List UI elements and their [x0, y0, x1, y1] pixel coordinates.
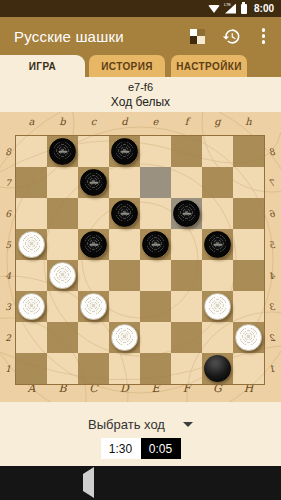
app-bar: Русские шашки [0, 17, 281, 55]
square-f1[interactable] [171, 353, 202, 384]
square-c4[interactable] [78, 260, 109, 291]
battery-icon [241, 4, 247, 14]
coord-label: E [140, 382, 171, 400]
coord-label: 4 [2, 260, 14, 291]
coord-label: C [78, 382, 109, 400]
coord-label: d [109, 116, 140, 134]
white-man-b4[interactable] [49, 262, 76, 289]
coord-label: 2 [2, 322, 14, 353]
square-a1[interactable] [16, 353, 47, 384]
square-d6[interactable] [109, 198, 140, 229]
coord-label: 5 [267, 229, 279, 260]
square-c3[interactable] [78, 291, 109, 322]
coord-label: A [16, 382, 47, 400]
tab-settings[interactable]: НАСТРОЙКИ [171, 55, 247, 77]
coord-label: 1 [2, 353, 14, 384]
square-b2[interactable] [47, 322, 78, 353]
turn-text: Ход белых [0, 94, 281, 110]
coord-label: 3 [2, 291, 14, 322]
square-a7[interactable] [16, 167, 47, 198]
lte-label: LTE [224, 2, 231, 7]
choose-move-label: Выбрать ход [88, 417, 165, 432]
black-king-g1[interactable] [204, 355, 231, 382]
square-f2[interactable] [171, 322, 202, 353]
tab-bar: ИГРА ИСТОРИЯ НАСТРОЙКИ [0, 55, 281, 77]
coord-label: f [171, 116, 202, 134]
square-b8[interactable] [47, 136, 78, 167]
square-d4[interactable] [109, 260, 140, 291]
black-man-d6[interactable] [111, 200, 138, 227]
square-g5[interactable] [202, 229, 233, 260]
square-d1[interactable] [109, 353, 140, 384]
square-f8[interactable] [171, 136, 202, 167]
white-man-g3[interactable] [204, 293, 231, 320]
coord-label: a [16, 116, 47, 134]
tab-game[interactable]: ИГРА [0, 55, 85, 77]
square-a8[interactable] [16, 136, 47, 167]
coord-label: B [47, 382, 78, 400]
square-a3[interactable] [16, 291, 47, 322]
app-title: Русские шашки [14, 28, 190, 45]
wifi-icon [208, 5, 220, 13]
square-e6[interactable] [140, 198, 171, 229]
ranks-right: 87654321 [267, 136, 279, 384]
black-man-g5[interactable] [204, 231, 231, 258]
square-f5[interactable] [171, 229, 202, 260]
files-bottom: ABCDEFGH [16, 382, 264, 400]
coord-label: D [109, 382, 140, 400]
square-e1[interactable] [140, 353, 171, 384]
square-b6[interactable] [47, 198, 78, 229]
coord-label: b [47, 116, 78, 134]
square-b5[interactable] [47, 229, 78, 260]
square-h3[interactable] [233, 291, 264, 322]
timers: 1:30 0:05 [0, 438, 281, 459]
square-b4[interactable] [47, 260, 78, 291]
square-d2[interactable] [109, 322, 140, 353]
coord-label: 7 [2, 167, 14, 198]
coord-label: H [233, 382, 264, 400]
dropdown-caret-icon [183, 422, 193, 427]
white-man-c3[interactable] [80, 293, 107, 320]
square-e8[interactable] [140, 136, 171, 167]
square-e7[interactable] [140, 167, 171, 198]
square-e4[interactable] [140, 260, 171, 291]
coord-label: c [78, 116, 109, 134]
coord-label: 8 [267, 136, 279, 167]
square-g7[interactable] [202, 167, 233, 198]
square-d3[interactable] [109, 291, 140, 322]
square-a6[interactable] [16, 198, 47, 229]
square-b1[interactable] [47, 353, 78, 384]
coord-label: h [233, 116, 264, 134]
coord-label: 2 [267, 322, 279, 353]
coord-label: g [202, 116, 233, 134]
back-icon [83, 467, 94, 498]
square-h2[interactable] [233, 322, 264, 353]
board-icon[interactable] [190, 29, 205, 44]
square-c1[interactable] [78, 353, 109, 384]
board-block: abcdefgh 87654321 87654321 ABCDEFGH [0, 112, 281, 402]
choose-move-dropdown[interactable]: Выбрать ход [0, 402, 281, 432]
square-f3[interactable] [171, 291, 202, 322]
square-h7[interactable] [233, 167, 264, 198]
square-e5[interactable] [140, 229, 171, 260]
coord-label: 6 [267, 198, 279, 229]
coord-label: 5 [2, 229, 14, 260]
square-d8[interactable] [109, 136, 140, 167]
coord-label: e [140, 116, 171, 134]
coord-label: G [202, 382, 233, 400]
square-g8[interactable] [202, 136, 233, 167]
square-b7[interactable] [47, 167, 78, 198]
square-f6[interactable] [171, 198, 202, 229]
black-man-b8[interactable] [49, 138, 76, 165]
tab-history[interactable]: ИСТОРИЯ [89, 55, 165, 77]
status-bar: LTE 8:00 [0, 0, 281, 17]
square-c6[interactable] [78, 198, 109, 229]
square-a4[interactable] [16, 260, 47, 291]
square-h6[interactable] [233, 198, 264, 229]
black-man-e5[interactable] [142, 231, 169, 258]
black-man-c7[interactable] [80, 169, 107, 196]
history-icon[interactable] [222, 27, 241, 46]
white-man-a5[interactable] [18, 231, 45, 258]
status-time: 8:00 [254, 3, 274, 14]
square-h8[interactable] [233, 136, 264, 167]
square-d5[interactable] [109, 229, 140, 260]
square-h1[interactable] [233, 353, 264, 384]
square-e2[interactable] [140, 322, 171, 353]
coord-label: 1 [267, 353, 279, 384]
last-move-text: e7-f6 [0, 80, 281, 94]
move-info: e7-f6 Ход белых [0, 77, 281, 112]
square-d7[interactable] [109, 167, 140, 198]
cellular-icon: LTE [225, 4, 236, 14]
square-h4[interactable] [233, 260, 264, 291]
coord-label: 8 [2, 136, 14, 167]
square-f7[interactable] [171, 167, 202, 198]
square-a5[interactable] [16, 229, 47, 260]
app-screen: LTE 8:00 Русские шашки ИГРА ИСТОРИЯ НАСТ [0, 0, 281, 500]
square-g4[interactable] [202, 260, 233, 291]
overflow-menu-icon[interactable] [258, 26, 270, 46]
coord-label: 6 [2, 198, 14, 229]
square-e3[interactable] [140, 291, 171, 322]
coord-label: F [171, 382, 202, 400]
square-c7[interactable] [78, 167, 109, 198]
coord-label: 3 [267, 291, 279, 322]
square-g2[interactable] [202, 322, 233, 353]
coord-label: 4 [267, 260, 279, 291]
white-man-h2[interactable] [235, 324, 262, 351]
files-top: abcdefgh [16, 116, 264, 134]
board [16, 136, 264, 384]
timer-black: 0:05 [141, 438, 181, 459]
black-man-c5[interactable] [80, 231, 107, 258]
square-g3[interactable] [202, 291, 233, 322]
coord-label: 7 [267, 167, 279, 198]
android-nav-bar [0, 466, 281, 500]
square-c2[interactable] [78, 322, 109, 353]
square-c5[interactable] [78, 229, 109, 260]
ranks-left: 87654321 [2, 136, 14, 384]
square-a2[interactable] [16, 322, 47, 353]
white-man-a3[interactable] [18, 293, 45, 320]
controls-area: Выбрать ход 1:30 0:05 [0, 402, 281, 466]
black-man-f6[interactable] [173, 200, 200, 227]
white-man-d2[interactable] [111, 324, 138, 351]
timer-white: 1:30 [101, 438, 141, 459]
black-man-d8[interactable] [111, 138, 138, 165]
square-h5[interactable] [233, 229, 264, 260]
square-g1[interactable] [202, 353, 233, 384]
square-g6[interactable] [202, 198, 233, 229]
square-c8[interactable] [78, 136, 109, 167]
back-button[interactable] [83, 474, 94, 492]
square-b3[interactable] [47, 291, 78, 322]
square-f4[interactable] [171, 260, 202, 291]
